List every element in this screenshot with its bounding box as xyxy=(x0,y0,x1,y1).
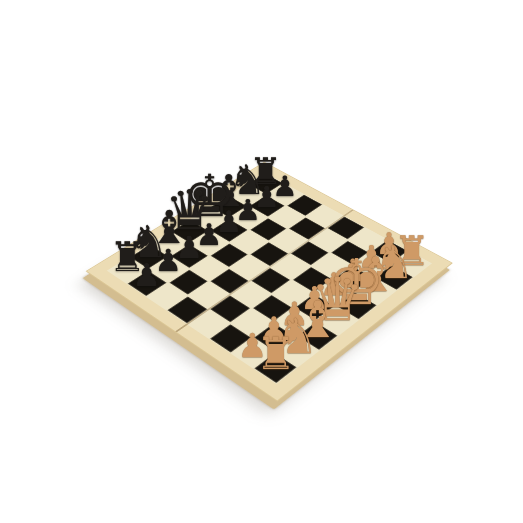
board-scene xyxy=(0,0,523,523)
product-photo-stage: ♜♟♞♟♝♟♚♟♛♟♝♟♟♞♜♟♟♜♞♟♟♝♟♚♟♛♟♝♟♞♟♜ xyxy=(0,0,523,523)
chess-board xyxy=(85,162,452,402)
board-grid xyxy=(107,173,432,384)
